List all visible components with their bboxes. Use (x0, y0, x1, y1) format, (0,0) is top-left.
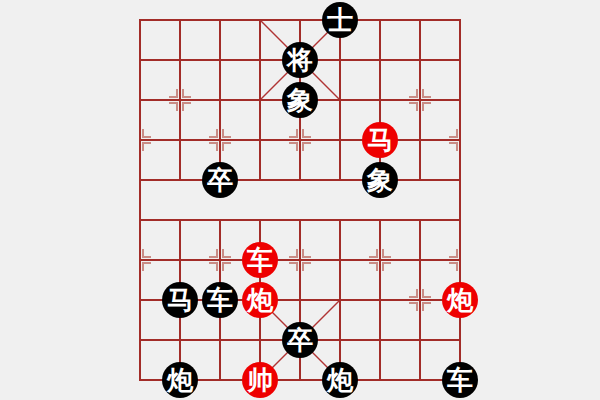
point-marker (367, 247, 393, 273)
piece-red-general[interactable]: 帅 (242, 362, 278, 398)
point-marker-corner (409, 89, 418, 98)
point-marker (207, 247, 233, 273)
point-marker (407, 87, 433, 113)
point-marker (287, 247, 313, 273)
point-marker (167, 87, 193, 113)
point-marker-corner (369, 262, 378, 271)
point-marker (127, 247, 153, 273)
point-marker-corner (289, 249, 298, 258)
point-marker-corner (209, 142, 218, 151)
point-marker-corner (302, 142, 311, 151)
point-marker-corner (142, 249, 151, 258)
piece-black-elephant[interactable]: 象 (362, 162, 398, 198)
point-marker-corner (289, 142, 298, 151)
point-marker (207, 127, 233, 153)
point-marker-corner (169, 102, 178, 111)
point-marker-corner (289, 129, 298, 138)
point-marker-corner (449, 249, 458, 258)
piece-red-chariot[interactable]: 车 (242, 242, 278, 278)
xiangqi-diagram: 士将象马卒象车马车炮炮卒炮帅炮车 (0, 0, 600, 400)
piece-black-elephant[interactable]: 象 (282, 82, 318, 118)
grid-line-vertical (339, 19, 341, 181)
point-marker-corner (289, 262, 298, 271)
point-marker-corner (449, 262, 458, 271)
point-marker-corner (422, 102, 431, 111)
point-marker-corner (409, 102, 418, 111)
grid-line-vertical (459, 19, 461, 381)
piece-red-cannon[interactable]: 炮 (442, 282, 478, 318)
point-marker-corner (302, 129, 311, 138)
point-marker-corner (369, 249, 378, 258)
xiangqi-board[interactable]: 士将象马卒象车马车炮炮卒炮帅炮车 (140, 20, 460, 380)
point-marker-corner (382, 249, 391, 258)
point-marker-corner (222, 129, 231, 138)
point-marker-corner (142, 142, 151, 151)
piece-black-horse[interactable]: 马 (162, 282, 198, 318)
point-marker-corner (222, 262, 231, 271)
point-marker-corner (169, 89, 178, 98)
point-marker-corner (209, 129, 218, 138)
piece-black-chariot[interactable]: 车 (442, 362, 478, 398)
point-marker-corner (222, 249, 231, 258)
piece-black-pawn[interactable]: 卒 (202, 162, 238, 198)
point-marker-corner (422, 89, 431, 98)
point-marker-corner (209, 249, 218, 258)
point-marker-corner (449, 142, 458, 151)
point-marker-corner (409, 289, 418, 298)
piece-black-chariot[interactable]: 车 (202, 282, 238, 318)
point-marker-corner (302, 262, 311, 271)
piece-black-general[interactable]: 将 (282, 42, 318, 78)
piece-black-cannon[interactable]: 炮 (322, 362, 358, 398)
point-marker (447, 247, 473, 273)
point-marker-corner (422, 289, 431, 298)
point-marker (447, 127, 473, 153)
point-marker-corner (449, 129, 458, 138)
piece-black-pawn[interactable]: 卒 (282, 322, 318, 358)
grid-line-vertical (219, 19, 221, 181)
point-marker-corner (222, 142, 231, 151)
piece-black-cannon[interactable]: 炮 (162, 362, 198, 398)
grid-line-vertical (139, 19, 141, 381)
grid-line-vertical (339, 219, 341, 381)
point-marker-corner (382, 262, 391, 271)
point-marker-corner (142, 129, 151, 138)
grid-line-vertical (379, 219, 381, 381)
piece-black-advisor[interactable]: 士 (322, 2, 358, 38)
point-marker-corner (302, 249, 311, 258)
point-marker-corner (409, 302, 418, 311)
point-marker-corner (209, 262, 218, 271)
piece-red-cannon[interactable]: 炮 (242, 282, 278, 318)
point-marker-corner (142, 262, 151, 271)
grid-line-vertical (259, 19, 261, 181)
point-marker-corner (422, 302, 431, 311)
point-marker (407, 287, 433, 313)
point-marker-corner (182, 89, 191, 98)
point-marker-corner (182, 102, 191, 111)
piece-red-horse[interactable]: 马 (362, 122, 398, 158)
point-marker (127, 127, 153, 153)
point-marker (287, 127, 313, 153)
